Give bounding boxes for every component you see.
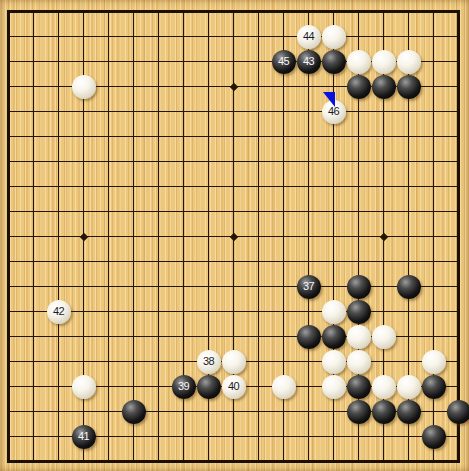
stone-D16 <box>72 75 96 99</box>
move-number: 46 <box>328 106 339 117</box>
stone-T3 <box>447 400 469 424</box>
stone-Q17 <box>372 50 396 74</box>
move-number: 38 <box>203 356 214 367</box>
stone-N6 <box>297 325 321 349</box>
stone-H4: 39 <box>172 375 196 399</box>
stone-N17: 43 <box>297 50 321 74</box>
move-number: 41 <box>78 431 89 442</box>
stone-D2: 41 <box>72 425 96 449</box>
stone-N8: 37 <box>297 275 321 299</box>
stone-S5 <box>422 350 446 374</box>
stone-R17 <box>397 50 421 74</box>
move-number: 42 <box>53 306 64 317</box>
stone-M17: 45 <box>272 50 296 74</box>
stone-R8 <box>397 275 421 299</box>
stone-O6 <box>322 325 346 349</box>
stone-Q3 <box>372 400 396 424</box>
stone-J5: 38 <box>197 350 221 374</box>
stone-R3 <box>397 400 421 424</box>
stone-R16 <box>397 75 421 99</box>
stone-O17 <box>322 50 346 74</box>
move-number: 39 <box>178 381 189 392</box>
stone-S2 <box>422 425 446 449</box>
stone-P6 <box>347 325 371 349</box>
stone-O7 <box>322 300 346 324</box>
stone-P4 <box>347 375 371 399</box>
stone-O5 <box>322 350 346 374</box>
go-board[interactable]: 44454346374238394041 <box>0 0 469 471</box>
stone-P7 <box>347 300 371 324</box>
move-number: 44 <box>303 31 314 42</box>
stone-P8 <box>347 275 371 299</box>
move-number: 43 <box>303 56 314 67</box>
stone-P17 <box>347 50 371 74</box>
stone-Q4 <box>372 375 396 399</box>
stone-D4 <box>72 375 96 399</box>
move-number: 40 <box>228 381 239 392</box>
move-number: 37 <box>303 281 314 292</box>
stone-P5 <box>347 350 371 374</box>
stone-O18 <box>322 25 346 49</box>
stone-K4: 40 <box>222 375 246 399</box>
stone-R4 <box>397 375 421 399</box>
stone-C7: 42 <box>47 300 71 324</box>
move-number: 45 <box>278 56 289 67</box>
stone-O4 <box>322 375 346 399</box>
stone-J4 <box>197 375 221 399</box>
stone-Q6 <box>372 325 396 349</box>
stone-F3 <box>122 400 146 424</box>
stone-N18: 44 <box>297 25 321 49</box>
stone-P3 <box>347 400 371 424</box>
stone-M4 <box>272 375 296 399</box>
stone-P16 <box>347 75 371 99</box>
stone-S4 <box>422 375 446 399</box>
stone-K5 <box>222 350 246 374</box>
stone-Q16 <box>372 75 396 99</box>
